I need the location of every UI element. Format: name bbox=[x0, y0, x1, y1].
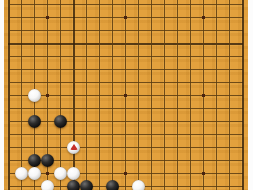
star-point bbox=[202, 16, 205, 19]
star-point bbox=[124, 94, 127, 97]
white-stone-F4 bbox=[67, 167, 80, 180]
white-stone-C10 bbox=[28, 89, 41, 102]
star-point bbox=[46, 172, 49, 175]
white-stone-B4 bbox=[15, 167, 28, 180]
star-point bbox=[124, 16, 127, 19]
white-stone-D3 bbox=[41, 180, 54, 190]
go-app-frame bbox=[0, 0, 253, 190]
white-stone-F6 bbox=[67, 141, 80, 154]
last-move-triangle-marker bbox=[70, 144, 78, 150]
black-stone-D5 bbox=[41, 154, 54, 167]
white-stone-C4 bbox=[28, 167, 41, 180]
star-point bbox=[202, 172, 205, 175]
black-stone-J3 bbox=[106, 180, 119, 190]
black-stone-G3 bbox=[80, 180, 93, 190]
star-point bbox=[46, 94, 49, 97]
star-point bbox=[202, 94, 205, 97]
black-stone-E8 bbox=[54, 115, 67, 128]
star-point bbox=[46, 16, 49, 19]
black-stone-C5 bbox=[28, 154, 41, 167]
star-point bbox=[124, 172, 127, 175]
white-stone-L3 bbox=[132, 180, 145, 190]
white-stone-E4 bbox=[54, 167, 67, 180]
go-board[interactable] bbox=[4, 0, 248, 190]
black-stone-C8 bbox=[28, 115, 41, 128]
black-stone-F3 bbox=[67, 180, 80, 190]
